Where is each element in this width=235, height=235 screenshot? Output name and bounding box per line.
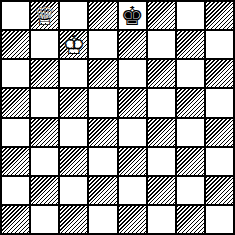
- square-f6: [148, 60, 175, 87]
- square-a7: [2, 31, 29, 58]
- square-h8: [206, 2, 233, 29]
- square-f8: [148, 2, 175, 29]
- square-g8: [177, 2, 204, 29]
- square-b3: [31, 148, 58, 175]
- square-f1: [148, 206, 175, 233]
- square-g5: [177, 89, 204, 116]
- square-d8: [89, 2, 116, 29]
- white-king-icon: ♔: [60, 31, 87, 58]
- square-g4: [177, 119, 204, 146]
- square-f7: [148, 31, 175, 58]
- square-a1: [2, 206, 29, 233]
- square-e7: [119, 31, 146, 58]
- square-e1: [119, 206, 146, 233]
- square-a6: [2, 60, 29, 87]
- white-queen-icon: ♕: [31, 2, 58, 29]
- square-d6: [89, 60, 116, 87]
- square-a5: [2, 89, 29, 116]
- square-c8: [60, 2, 87, 29]
- square-b1: [31, 206, 58, 233]
- square-c7: ♚♔: [60, 31, 87, 58]
- square-e2: [119, 177, 146, 204]
- square-c2: [60, 177, 87, 204]
- square-h1: [206, 206, 233, 233]
- square-d2: [89, 177, 116, 204]
- square-c4: [60, 119, 87, 146]
- square-d1: [89, 206, 116, 233]
- square-e5: [119, 89, 146, 116]
- square-a3: [2, 148, 29, 175]
- black-king-icon: ♚: [119, 2, 146, 29]
- square-f2: [148, 177, 175, 204]
- square-h4: [206, 119, 233, 146]
- chessboard: ♛♕♚♚♔: [0, 0, 235, 235]
- square-b6: [31, 60, 58, 87]
- square-e4: [119, 119, 146, 146]
- square-a4: [2, 119, 29, 146]
- square-g3: [177, 148, 204, 175]
- square-g2: [177, 177, 204, 204]
- square-g1: [177, 206, 204, 233]
- square-e8: ♚: [119, 2, 146, 29]
- square-d3: [89, 148, 116, 175]
- square-h5: [206, 89, 233, 116]
- square-b5: [31, 89, 58, 116]
- square-d7: [89, 31, 116, 58]
- square-f5: [148, 89, 175, 116]
- square-c1: [60, 206, 87, 233]
- square-f3: [148, 148, 175, 175]
- square-d5: [89, 89, 116, 116]
- piece-white-king: ♚♔: [60, 31, 87, 58]
- square-b2: [31, 177, 58, 204]
- square-f4: [148, 119, 175, 146]
- square-h3: [206, 148, 233, 175]
- square-d4: [89, 119, 116, 146]
- piece-white-queen: ♛♕: [31, 2, 58, 29]
- square-g6: [177, 60, 204, 87]
- square-b7: [31, 31, 58, 58]
- square-e3: [119, 148, 146, 175]
- square-b4: [31, 119, 58, 146]
- square-a2: [2, 177, 29, 204]
- square-g7: [177, 31, 204, 58]
- square-h2: [206, 177, 233, 204]
- square-c5: [60, 89, 87, 116]
- square-h7: [206, 31, 233, 58]
- square-c6: [60, 60, 87, 87]
- piece-black-king: ♚: [119, 2, 146, 29]
- square-b8: ♛♕: [31, 2, 58, 29]
- square-c3: [60, 148, 87, 175]
- square-e6: [119, 60, 146, 87]
- square-h6: [206, 60, 233, 87]
- square-a8: [2, 2, 29, 29]
